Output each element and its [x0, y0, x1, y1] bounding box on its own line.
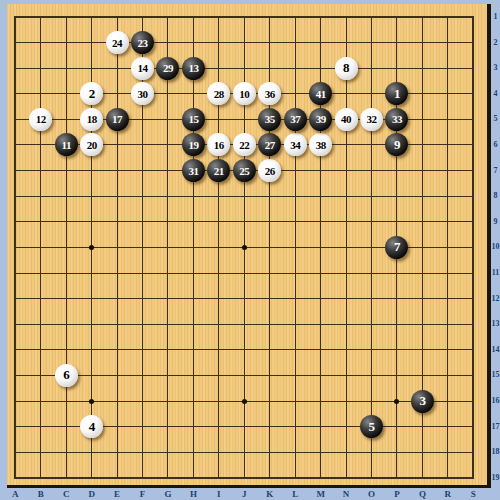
row-label-4: 4: [490, 89, 500, 98]
row-label-5: 5: [490, 114, 500, 123]
row-label-15: 15: [490, 370, 500, 379]
column-label-F: F: [136, 489, 150, 499]
row-label-9: 9: [490, 217, 500, 226]
row-label-8: 8: [490, 191, 500, 200]
column-label-E: E: [110, 489, 124, 499]
column-label-O: O: [365, 489, 379, 499]
row-label-6: 6: [490, 140, 500, 149]
row-label-14: 14: [490, 345, 500, 354]
row-label-2: 2: [490, 38, 500, 47]
row-label-13: 13: [490, 319, 500, 328]
row-label-17: 17: [490, 422, 500, 431]
column-label-A: A: [8, 489, 22, 499]
column-label-R: R: [441, 489, 455, 499]
column-label-I: I: [212, 489, 226, 499]
column-label-Q: Q: [415, 489, 429, 499]
row-label-10: 10: [490, 242, 500, 251]
row-label-12: 12: [490, 294, 500, 303]
column-label-B: B: [34, 489, 48, 499]
row-label-11: 11: [490, 268, 500, 277]
column-label-H: H: [186, 489, 200, 499]
column-label-S: S: [466, 489, 480, 499]
row-label-1: 1: [490, 12, 500, 21]
column-label-D: D: [85, 489, 99, 499]
row-label-16: 16: [490, 396, 500, 405]
row-label-18: 18: [490, 447, 500, 456]
board-frame: ABCDEFGHIJKLMNOPQRS123456789101112131415…: [0, 0, 500, 500]
go-board[interactable]: [7, 4, 491, 488]
column-label-P: P: [390, 489, 404, 499]
row-label-3: 3: [490, 63, 500, 72]
column-label-C: C: [59, 489, 73, 499]
column-label-K: K: [263, 489, 277, 499]
column-label-N: N: [339, 489, 353, 499]
column-label-G: G: [161, 489, 175, 499]
column-label-M: M: [314, 489, 328, 499]
column-label-J: J: [237, 489, 251, 499]
row-label-19: 19: [490, 473, 500, 482]
row-label-7: 7: [490, 166, 500, 175]
column-label-L: L: [288, 489, 302, 499]
